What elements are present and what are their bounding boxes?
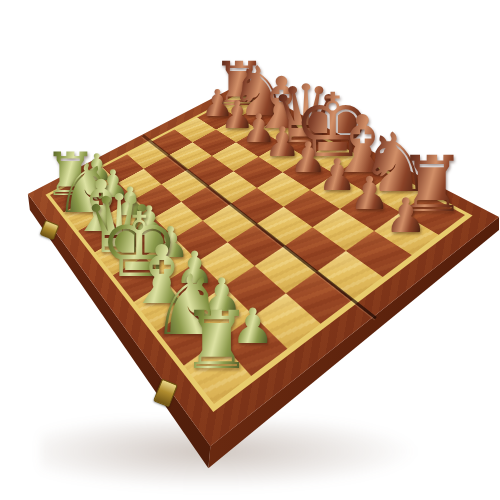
piece-white-rook-h1[interactable]: ♜ — [181, 302, 253, 382]
piece-black-pawn-h7[interactable]: ♟ — [384, 192, 427, 240]
chess-set-photo: ♜♞♟♟♝♟♛♟♚♟♝♟♟♞♜♟♟♞♜♟♟♝♟♛♟♚♟♝♟♞♟♜ — [0, 0, 500, 500]
pieces-layer: ♜♞♟♟♝♟♛♟♚♟♝♟♟♞♜♟♟♞♜♟♟♝♟♛♟♚♟♝♟♞♟♜ — [0, 0, 500, 500]
